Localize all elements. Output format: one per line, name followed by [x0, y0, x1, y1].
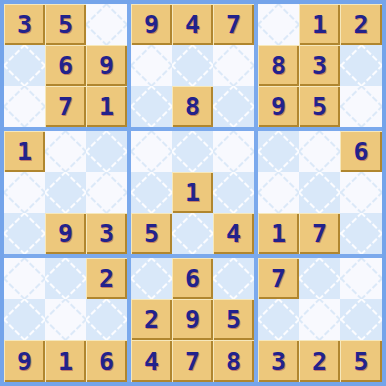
given-digit: 6	[99, 349, 114, 374]
given-digit: 6	[353, 139, 368, 164]
diamond-pattern-icon	[131, 131, 172, 172]
diamond-pattern-icon	[45, 131, 86, 172]
diamond-pattern-icon	[299, 131, 340, 172]
cell-r9c1: 9	[4, 340, 45, 382]
cell-r4c1: 1	[4, 131, 45, 172]
cell-r7c3: 2	[86, 258, 127, 299]
diamond-pattern-icon	[340, 258, 382, 299]
cell-r1c8: 1	[299, 4, 340, 45]
cell-r7c9[interactable]	[340, 258, 382, 299]
diamond-pattern-icon	[4, 172, 45, 213]
given-digit: 8	[185, 94, 200, 119]
cell-r3c7: 9	[258, 86, 299, 127]
cell-r9c8: 2	[299, 340, 340, 382]
cell-r6c2: 9	[45, 213, 86, 254]
cell-r5c5: 1	[172, 172, 213, 213]
cell-r6c8: 7	[299, 213, 340, 254]
cell-r9c7: 3	[258, 340, 299, 382]
given-digit: 3	[99, 221, 114, 246]
cell-r1c2: 5	[45, 4, 86, 45]
cell-r1c9: 2	[340, 4, 382, 45]
diamond-pattern-icon	[45, 172, 86, 213]
given-digit: 1	[17, 139, 32, 164]
diamond-pattern-icon	[258, 4, 299, 45]
given-digit: 6	[185, 266, 200, 291]
cell-r5c8[interactable]	[299, 172, 340, 213]
given-digit: 7	[226, 12, 241, 37]
given-digit: 7	[185, 349, 200, 374]
diamond-pattern-icon	[340, 299, 382, 340]
sudoku-board: 3594712698371895161935417267295916478325	[0, 0, 386, 386]
cell-r9c6: 8	[213, 340, 254, 382]
given-digit: 9	[144, 12, 159, 37]
cell-r5c9[interactable]	[340, 172, 382, 213]
cell-r2c6[interactable]	[213, 45, 254, 86]
cell-r9c9: 5	[340, 340, 382, 382]
cell-r8c8[interactable]	[299, 299, 340, 340]
cell-r3c6[interactable]	[213, 86, 254, 127]
cell-r3c8: 5	[299, 86, 340, 127]
diamond-pattern-icon	[299, 299, 340, 340]
given-digit: 3	[17, 12, 32, 37]
cell-r7c7: 7	[258, 258, 299, 299]
cell-r7c6[interactable]	[213, 258, 254, 299]
cell-r2c9[interactable]	[340, 45, 382, 86]
cell-r2c5[interactable]	[172, 45, 213, 86]
given-digit: 7	[312, 221, 327, 246]
diamond-pattern-icon	[213, 258, 254, 299]
cell-r1c7[interactable]	[258, 4, 299, 45]
diamond-pattern-icon	[45, 258, 86, 299]
cell-r4c3[interactable]	[86, 131, 127, 172]
diamond-pattern-icon	[4, 299, 45, 340]
cell-r2c7: 8	[258, 45, 299, 86]
given-digit: 4	[226, 221, 241, 246]
given-digit: 4	[144, 349, 159, 374]
diamond-pattern-icon	[4, 86, 45, 127]
diamond-pattern-icon	[131, 258, 172, 299]
diamond-pattern-icon	[4, 45, 45, 86]
diamond-pattern-icon	[4, 213, 45, 254]
cell-r8c3[interactable]	[86, 299, 127, 340]
cell-r4c7[interactable]	[258, 131, 299, 172]
given-digit: 2	[353, 12, 368, 37]
cell-r4c5[interactable]	[172, 131, 213, 172]
diamond-pattern-icon	[131, 172, 172, 213]
cell-r2c8: 3	[299, 45, 340, 86]
cell-r3c2: 7	[45, 86, 86, 127]
cell-r4c4[interactable]	[131, 131, 172, 172]
cell-r9c4: 4	[131, 340, 172, 382]
cell-r4c8[interactable]	[299, 131, 340, 172]
cell-r8c9[interactable]	[340, 299, 382, 340]
given-digit: 7	[271, 266, 286, 291]
given-digit: 5	[312, 94, 327, 119]
cell-r7c1[interactable]	[4, 258, 45, 299]
diamond-pattern-icon	[258, 131, 299, 172]
cell-r3c9[interactable]	[340, 86, 382, 127]
cell-r8c6: 5	[213, 299, 254, 340]
diamond-pattern-icon	[4, 258, 45, 299]
cell-r2c1[interactable]	[4, 45, 45, 86]
given-digit: 2	[99, 266, 114, 291]
cell-r6c7: 1	[258, 213, 299, 254]
cell-r7c8[interactable]	[299, 258, 340, 299]
given-digit: 8	[226, 349, 241, 374]
given-digit: 5	[353, 349, 368, 374]
diamond-pattern-icon	[86, 131, 127, 172]
cell-r8c4: 2	[131, 299, 172, 340]
diamond-pattern-icon	[45, 299, 86, 340]
given-digit: 9	[271, 94, 286, 119]
cell-r1c4: 9	[131, 4, 172, 45]
given-digit: 9	[99, 53, 114, 78]
diamond-pattern-icon	[213, 131, 254, 172]
cell-r6c9[interactable]	[340, 213, 382, 254]
cell-r1c5: 4	[172, 4, 213, 45]
cell-r5c7[interactable]	[258, 172, 299, 213]
given-digit: 6	[58, 53, 73, 78]
cell-r8c7[interactable]	[258, 299, 299, 340]
diamond-pattern-icon	[299, 258, 340, 299]
cell-r8c1[interactable]	[4, 299, 45, 340]
given-digit: 9	[17, 349, 32, 374]
cell-r6c3: 3	[86, 213, 127, 254]
cell-r7c2[interactable]	[45, 258, 86, 299]
diamond-pattern-icon	[213, 86, 254, 127]
cell-r2c2: 6	[45, 45, 86, 86]
cell-r3c5: 8	[172, 86, 213, 127]
given-digit: 1	[271, 221, 286, 246]
diamond-pattern-icon	[340, 45, 382, 86]
given-digit: 7	[58, 94, 73, 119]
cell-r1c6: 7	[213, 4, 254, 45]
cell-r3c3: 1	[86, 86, 127, 127]
given-digit: 9	[58, 221, 73, 246]
cell-r7c5: 6	[172, 258, 213, 299]
cell-r4c2[interactable]	[45, 131, 86, 172]
cell-r3c1[interactable]	[4, 86, 45, 127]
cell-r5c4[interactable]	[131, 172, 172, 213]
cell-r4c9: 6	[340, 131, 382, 172]
cell-r9c2: 1	[45, 340, 86, 382]
cell-r9c5: 7	[172, 340, 213, 382]
cell-r6c5[interactable]	[172, 213, 213, 254]
cell-r6c6: 4	[213, 213, 254, 254]
given-digit: 4	[185, 12, 200, 37]
cell-r8c5: 9	[172, 299, 213, 340]
diamond-pattern-icon	[340, 213, 382, 254]
given-digit: 8	[271, 53, 286, 78]
given-digit: 3	[312, 53, 327, 78]
diamond-pattern-icon	[172, 131, 213, 172]
given-digit: 1	[99, 94, 114, 119]
diamond-pattern-icon	[340, 172, 382, 213]
cell-r5c3[interactable]	[86, 172, 127, 213]
diamond-pattern-icon	[86, 299, 127, 340]
cell-r2c4[interactable]	[131, 45, 172, 86]
diamond-pattern-icon	[213, 172, 254, 213]
given-digit: 9	[185, 307, 200, 332]
given-digit: 5	[58, 12, 73, 37]
given-digit: 2	[312, 349, 327, 374]
given-digit: 5	[144, 221, 159, 246]
given-digit: 5	[226, 307, 241, 332]
diamond-pattern-icon	[258, 172, 299, 213]
cell-r9c3: 6	[86, 340, 127, 382]
given-digit: 1	[312, 12, 327, 37]
diamond-pattern-icon	[86, 4, 127, 45]
diamond-pattern-icon	[172, 213, 213, 254]
diamond-pattern-icon	[131, 45, 172, 86]
cell-r7c4[interactable]	[131, 258, 172, 299]
given-digit: 1	[185, 180, 200, 205]
cell-r2c3: 9	[86, 45, 127, 86]
cell-r6c1[interactable]	[4, 213, 45, 254]
cell-r3c4[interactable]	[131, 86, 172, 127]
cell-r1c1: 3	[4, 4, 45, 45]
diamond-pattern-icon	[172, 45, 213, 86]
diamond-pattern-icon	[131, 86, 172, 127]
cell-r4c6[interactable]	[213, 131, 254, 172]
given-digit: 3	[271, 349, 286, 374]
cell-r1c3[interactable]	[86, 4, 127, 45]
diamond-pattern-icon	[340, 86, 382, 127]
cell-r5c2[interactable]	[45, 172, 86, 213]
given-digit: 2	[144, 307, 159, 332]
cell-r8c2[interactable]	[45, 299, 86, 340]
cell-r5c6[interactable]	[213, 172, 254, 213]
given-digit: 1	[58, 349, 73, 374]
cell-r6c4: 5	[131, 213, 172, 254]
diamond-pattern-icon	[213, 45, 254, 86]
diamond-pattern-icon	[299, 172, 340, 213]
diamond-pattern-icon	[86, 172, 127, 213]
diamond-pattern-icon	[258, 299, 299, 340]
cell-r5c1[interactable]	[4, 172, 45, 213]
